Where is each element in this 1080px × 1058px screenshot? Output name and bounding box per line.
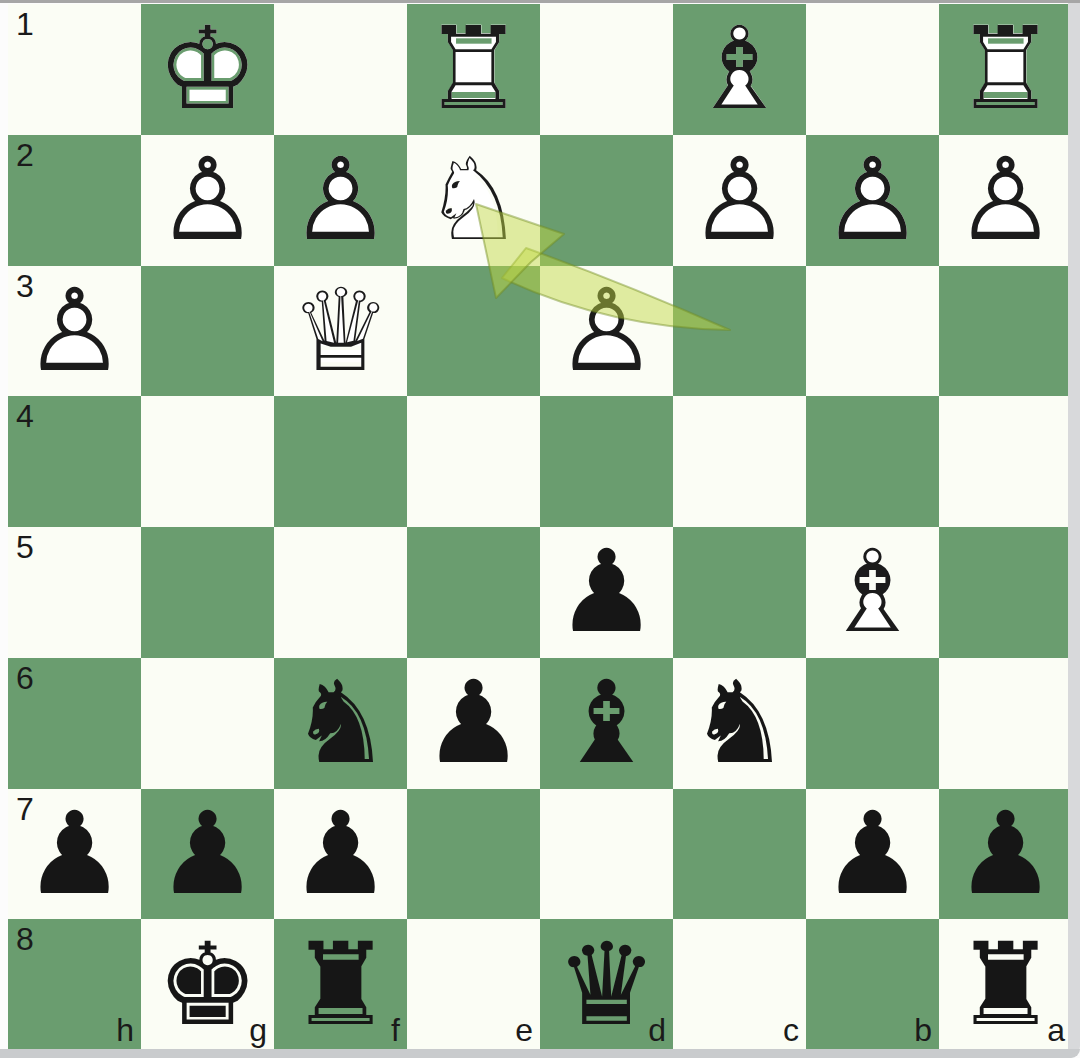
square-e6[interactable]: ♟ <box>407 658 540 789</box>
file-label-g: g <box>249 1012 267 1049</box>
rank-label-4: 4 <box>16 398 34 435</box>
square-e4[interactable] <box>407 396 540 527</box>
square-d7[interactable] <box>540 789 673 920</box>
piece-white-pawn[interactable]: ♟♙ <box>939 135 1072 266</box>
piece-outline: ♙ <box>939 135 1072 266</box>
piece-outline: ♙ <box>8 266 141 397</box>
piece-black-pawn[interactable]: ♟ <box>274 789 407 920</box>
square-g4[interactable] <box>141 396 274 527</box>
piece-outline: ♘ <box>407 135 540 266</box>
square-h1[interactable]: 1 <box>8 4 141 135</box>
square-b5[interactable]: ♝♗ <box>806 527 939 658</box>
piece-outline: ♙ <box>540 266 673 397</box>
square-c7[interactable] <box>673 789 806 920</box>
file-label-e: e <box>515 1012 533 1049</box>
square-d5[interactable]: ♟ <box>540 527 673 658</box>
square-c2[interactable]: ♟♙ <box>673 135 806 266</box>
square-b8[interactable]: b <box>806 919 939 1050</box>
piece-fill: ♟ <box>274 789 407 920</box>
square-h6[interactable]: 6 <box>8 658 141 789</box>
square-g8[interactable]: g♚ <box>141 919 274 1050</box>
square-c8[interactable]: c <box>673 919 806 1050</box>
piece-white-knight[interactable]: ♞♘ <box>407 135 540 266</box>
piece-fill: ♞ <box>274 658 407 789</box>
square-e2[interactable]: ♞♘ <box>407 135 540 266</box>
piece-black-pawn[interactable]: ♟ <box>141 789 274 920</box>
piece-black-knight[interactable]: ♞ <box>274 658 407 789</box>
square-b2[interactable]: ♟♙ <box>806 135 939 266</box>
file-label-h: h <box>116 1012 134 1049</box>
window-top-border <box>0 0 1080 3</box>
square-d8[interactable]: d♛ <box>540 919 673 1050</box>
square-b4[interactable] <box>806 396 939 527</box>
piece-white-pawn[interactable]: ♟♙ <box>540 266 673 397</box>
square-d2[interactable] <box>540 135 673 266</box>
square-c4[interactable] <box>673 396 806 527</box>
square-f4[interactable] <box>274 396 407 527</box>
chess-board: 1♚♔♜♖♝♗♜♖2♟♙♟♙♞♘♟♙♟♙♟♙3♟♙♛♕♟♙45♟♝♗6♞♟♝♞7… <box>8 4 1072 1050</box>
square-b1[interactable] <box>806 4 939 135</box>
square-g6[interactable] <box>141 658 274 789</box>
square-c3[interactable] <box>673 266 806 397</box>
file-label-c: c <box>783 1012 799 1049</box>
square-d1[interactable] <box>540 4 673 135</box>
piece-white-pawn[interactable]: ♟♙ <box>8 266 141 397</box>
piece-white-pawn[interactable]: ♟♙ <box>673 135 806 266</box>
square-e8[interactable]: e <box>407 919 540 1050</box>
square-f5[interactable] <box>274 527 407 658</box>
piece-white-pawn[interactable]: ♟♙ <box>141 135 274 266</box>
square-h8[interactable]: 8h <box>8 919 141 1050</box>
square-h2[interactable]: 2 <box>8 135 141 266</box>
piece-outline: ♖ <box>939 4 1072 135</box>
square-e3[interactable] <box>407 266 540 397</box>
rank-label-2: 2 <box>16 137 34 174</box>
square-f7[interactable]: ♟ <box>274 789 407 920</box>
piece-black-pawn[interactable]: ♟ <box>540 527 673 658</box>
square-f3[interactable]: ♛♕ <box>274 266 407 397</box>
piece-outline: ♙ <box>673 135 806 266</box>
piece-white-pawn[interactable]: ♟♙ <box>274 135 407 266</box>
piece-outline: ♗ <box>673 4 806 135</box>
square-g5[interactable] <box>141 527 274 658</box>
square-a2[interactable]: ♟♙ <box>939 135 1072 266</box>
square-a8[interactable]: a♜ <box>939 919 1072 1050</box>
square-c5[interactable] <box>673 527 806 658</box>
square-h5[interactable]: 5 <box>8 527 141 658</box>
piece-outline: ♙ <box>806 135 939 266</box>
square-h3[interactable]: 3♟♙ <box>8 266 141 397</box>
piece-black-pawn[interactable]: ♟ <box>407 658 540 789</box>
piece-white-rook[interactable]: ♜♖ <box>939 4 1072 135</box>
piece-black-pawn[interactable]: ♟ <box>8 789 141 920</box>
piece-fill: ♟ <box>8 789 141 920</box>
square-f1[interactable] <box>274 4 407 135</box>
window-right-border[interactable] <box>1068 0 1080 1058</box>
piece-white-bishop[interactable]: ♝♗ <box>806 527 939 658</box>
file-label-d: d <box>648 1012 666 1049</box>
square-a1[interactable]: ♜♖ <box>939 4 1072 135</box>
piece-outline: ♙ <box>274 135 407 266</box>
piece-fill: ♜ <box>274 919 407 1050</box>
square-c1[interactable]: ♝♗ <box>673 4 806 135</box>
rank-label-1: 1 <box>16 6 34 43</box>
square-a7[interactable]: ♟ <box>939 789 1072 920</box>
piece-black-knight[interactable]: ♞ <box>673 658 806 789</box>
square-b6[interactable] <box>806 658 939 789</box>
piece-black-rook[interactable]: ♜ <box>274 919 407 1050</box>
square-a5[interactable] <box>939 527 1072 658</box>
square-b7[interactable]: ♟ <box>806 789 939 920</box>
piece-outline: ♙ <box>141 135 274 266</box>
piece-black-pawn[interactable]: ♟ <box>806 789 939 920</box>
square-f8[interactable]: f♜ <box>274 919 407 1050</box>
piece-black-bishop[interactable]: ♝ <box>540 658 673 789</box>
rank-label-8: 8 <box>16 921 34 958</box>
piece-black-pawn[interactable]: ♟ <box>939 789 1072 920</box>
piece-outline: ♖ <box>407 4 540 135</box>
piece-fill: ♞ <box>673 658 806 789</box>
piece-white-bishop[interactable]: ♝♗ <box>673 4 806 135</box>
piece-white-king[interactable]: ♚♔ <box>141 4 274 135</box>
piece-outline: ♗ <box>806 527 939 658</box>
square-g7[interactable]: ♟ <box>141 789 274 920</box>
square-f6[interactable]: ♞ <box>274 658 407 789</box>
piece-fill: ♟ <box>407 658 540 789</box>
square-a3[interactable] <box>939 266 1072 397</box>
square-h7[interactable]: 7♟ <box>8 789 141 920</box>
square-b3[interactable] <box>806 266 939 397</box>
square-c6[interactable]: ♞ <box>673 658 806 789</box>
square-d6[interactable]: ♝ <box>540 658 673 789</box>
square-h4[interactable]: 4 <box>8 396 141 527</box>
square-e5[interactable] <box>407 527 540 658</box>
piece-white-pawn[interactable]: ♟♙ <box>806 135 939 266</box>
square-g1[interactable]: ♚♔ <box>141 4 274 135</box>
square-g2[interactable]: ♟♙ <box>141 135 274 266</box>
file-label-b: b <box>914 1012 932 1049</box>
rank-label-6: 6 <box>16 660 34 697</box>
square-a6[interactable] <box>939 658 1072 789</box>
piece-fill: ♟ <box>939 789 1072 920</box>
square-f2[interactable]: ♟♙ <box>274 135 407 266</box>
file-label-a: a <box>1047 1012 1065 1049</box>
square-e7[interactable] <box>407 789 540 920</box>
piece-fill: ♝ <box>540 658 673 789</box>
piece-fill: ♟ <box>806 789 939 920</box>
square-g3[interactable] <box>141 266 274 397</box>
piece-outline: ♔ <box>141 4 274 135</box>
file-label-f: f <box>391 1012 400 1049</box>
piece-white-rook[interactable]: ♜♖ <box>407 4 540 135</box>
piece-fill: ♟ <box>540 527 673 658</box>
square-a4[interactable] <box>939 396 1072 527</box>
piece-white-queen[interactable]: ♛♕ <box>274 266 407 397</box>
piece-outline: ♕ <box>274 266 407 397</box>
rank-label-5: 5 <box>16 529 34 566</box>
piece-fill: ♟ <box>141 789 274 920</box>
window-bottom-border[interactable] <box>0 1049 1080 1058</box>
square-d4[interactable] <box>540 396 673 527</box>
square-e1[interactable]: ♜♖ <box>407 4 540 135</box>
square-d3[interactable]: ♟♙ <box>540 266 673 397</box>
